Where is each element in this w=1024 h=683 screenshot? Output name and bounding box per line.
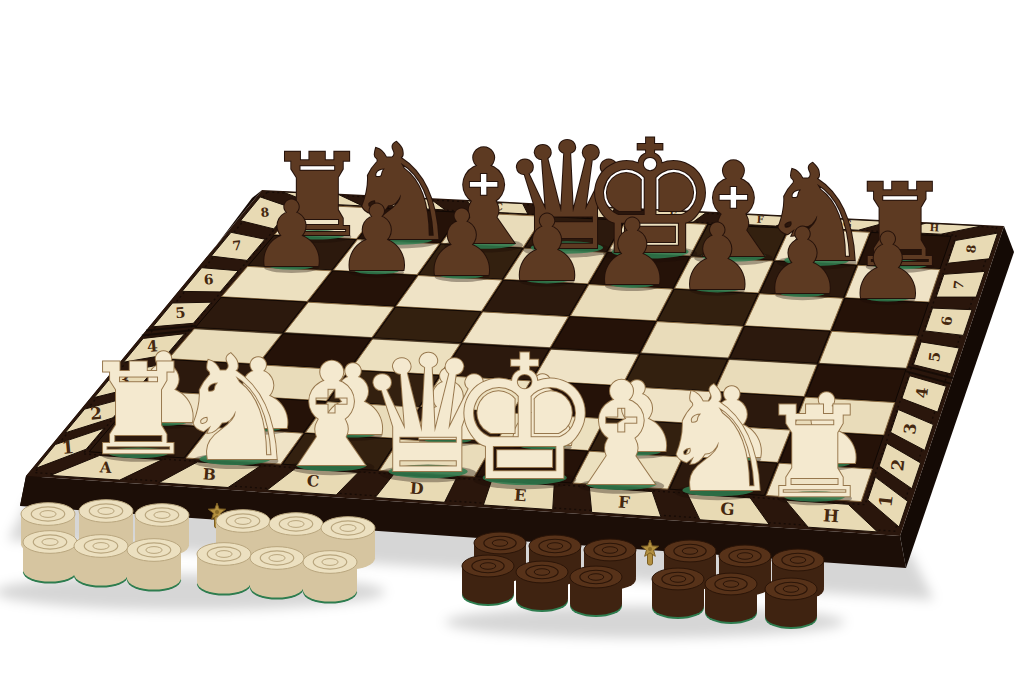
checker-light-11[interactable]	[250, 547, 304, 600]
checker-light-8[interactable]	[74, 535, 128, 588]
piece-glyph: ♟	[421, 191, 503, 296]
rank-label-right-8: 8	[963, 244, 979, 254]
checker-dark-11[interactable]	[705, 573, 757, 624]
piece-black-pawn-f7[interactable]: ♟	[677, 205, 759, 310]
rank-label-left-6: 6	[203, 271, 214, 288]
rank-label-right-2: 2	[887, 458, 908, 472]
checker-light-7[interactable]	[23, 531, 77, 584]
piece-black-pawn-h7[interactable]: ♟	[847, 214, 929, 319]
rank-label-right-6: 6	[938, 315, 955, 327]
piece-glyph: ♟	[677, 205, 759, 310]
piece-glyph: ♟	[506, 196, 588, 301]
rank-label-left-5: 5	[175, 304, 187, 322]
rank-label-right-3: 3	[900, 422, 920, 435]
piece-glyph: ♟	[847, 214, 929, 319]
piece-black-pawn-g7[interactable]: ♟	[762, 209, 844, 314]
rank-label-left-1: 1	[61, 436, 75, 458]
piece-black-pawn-c7[interactable]: ♟	[421, 191, 503, 296]
checker-light-10[interactable]	[197, 543, 251, 596]
checker-dark-10[interactable]	[652, 568, 704, 619]
chess-set-scene: 88AA77BB66CC55DD44EE33FF22GG11HH♜♞♝♛♚♝♞♜…	[0, 0, 1024, 683]
piece-black-pawn-e7[interactable]: ♟	[591, 200, 673, 305]
piece-white-rook-h1[interactable]: ♜	[759, 380, 871, 525]
piece-glyph: ♟	[336, 186, 418, 291]
piece-glyph: ♟	[251, 182, 333, 287]
rank-label-right-7: 7	[951, 279, 967, 290]
checker-dark-8[interactable]	[516, 561, 568, 612]
checker-dark-7[interactable]	[462, 555, 514, 606]
piece-glyph: ♟	[591, 200, 673, 305]
piece-black-pawn-b7[interactable]: ♟	[336, 186, 418, 291]
rank-label-right-5: 5	[925, 351, 943, 363]
checker-dark-12[interactable]	[765, 578, 817, 629]
piece-black-pawn-d7[interactable]: ♟	[506, 196, 588, 301]
rank-label-right-1: 1	[874, 493, 896, 508]
square-h5[interactable]	[819, 331, 917, 368]
piece-glyph: ♜	[759, 380, 871, 525]
piece-black-pawn-a7[interactable]: ♟	[251, 182, 333, 287]
rank-label-left-7: 7	[232, 238, 242, 254]
product-photo: 88AA77BB66CC55DD44EE33FF22GG11HH♜♞♝♛♚♝♞♜…	[0, 0, 1024, 683]
piece-glyph: ♟	[762, 209, 844, 314]
checker-dark-9[interactable]	[570, 566, 622, 617]
checker-light-12[interactable]	[303, 551, 357, 604]
checker-light-9[interactable]	[127, 539, 181, 592]
